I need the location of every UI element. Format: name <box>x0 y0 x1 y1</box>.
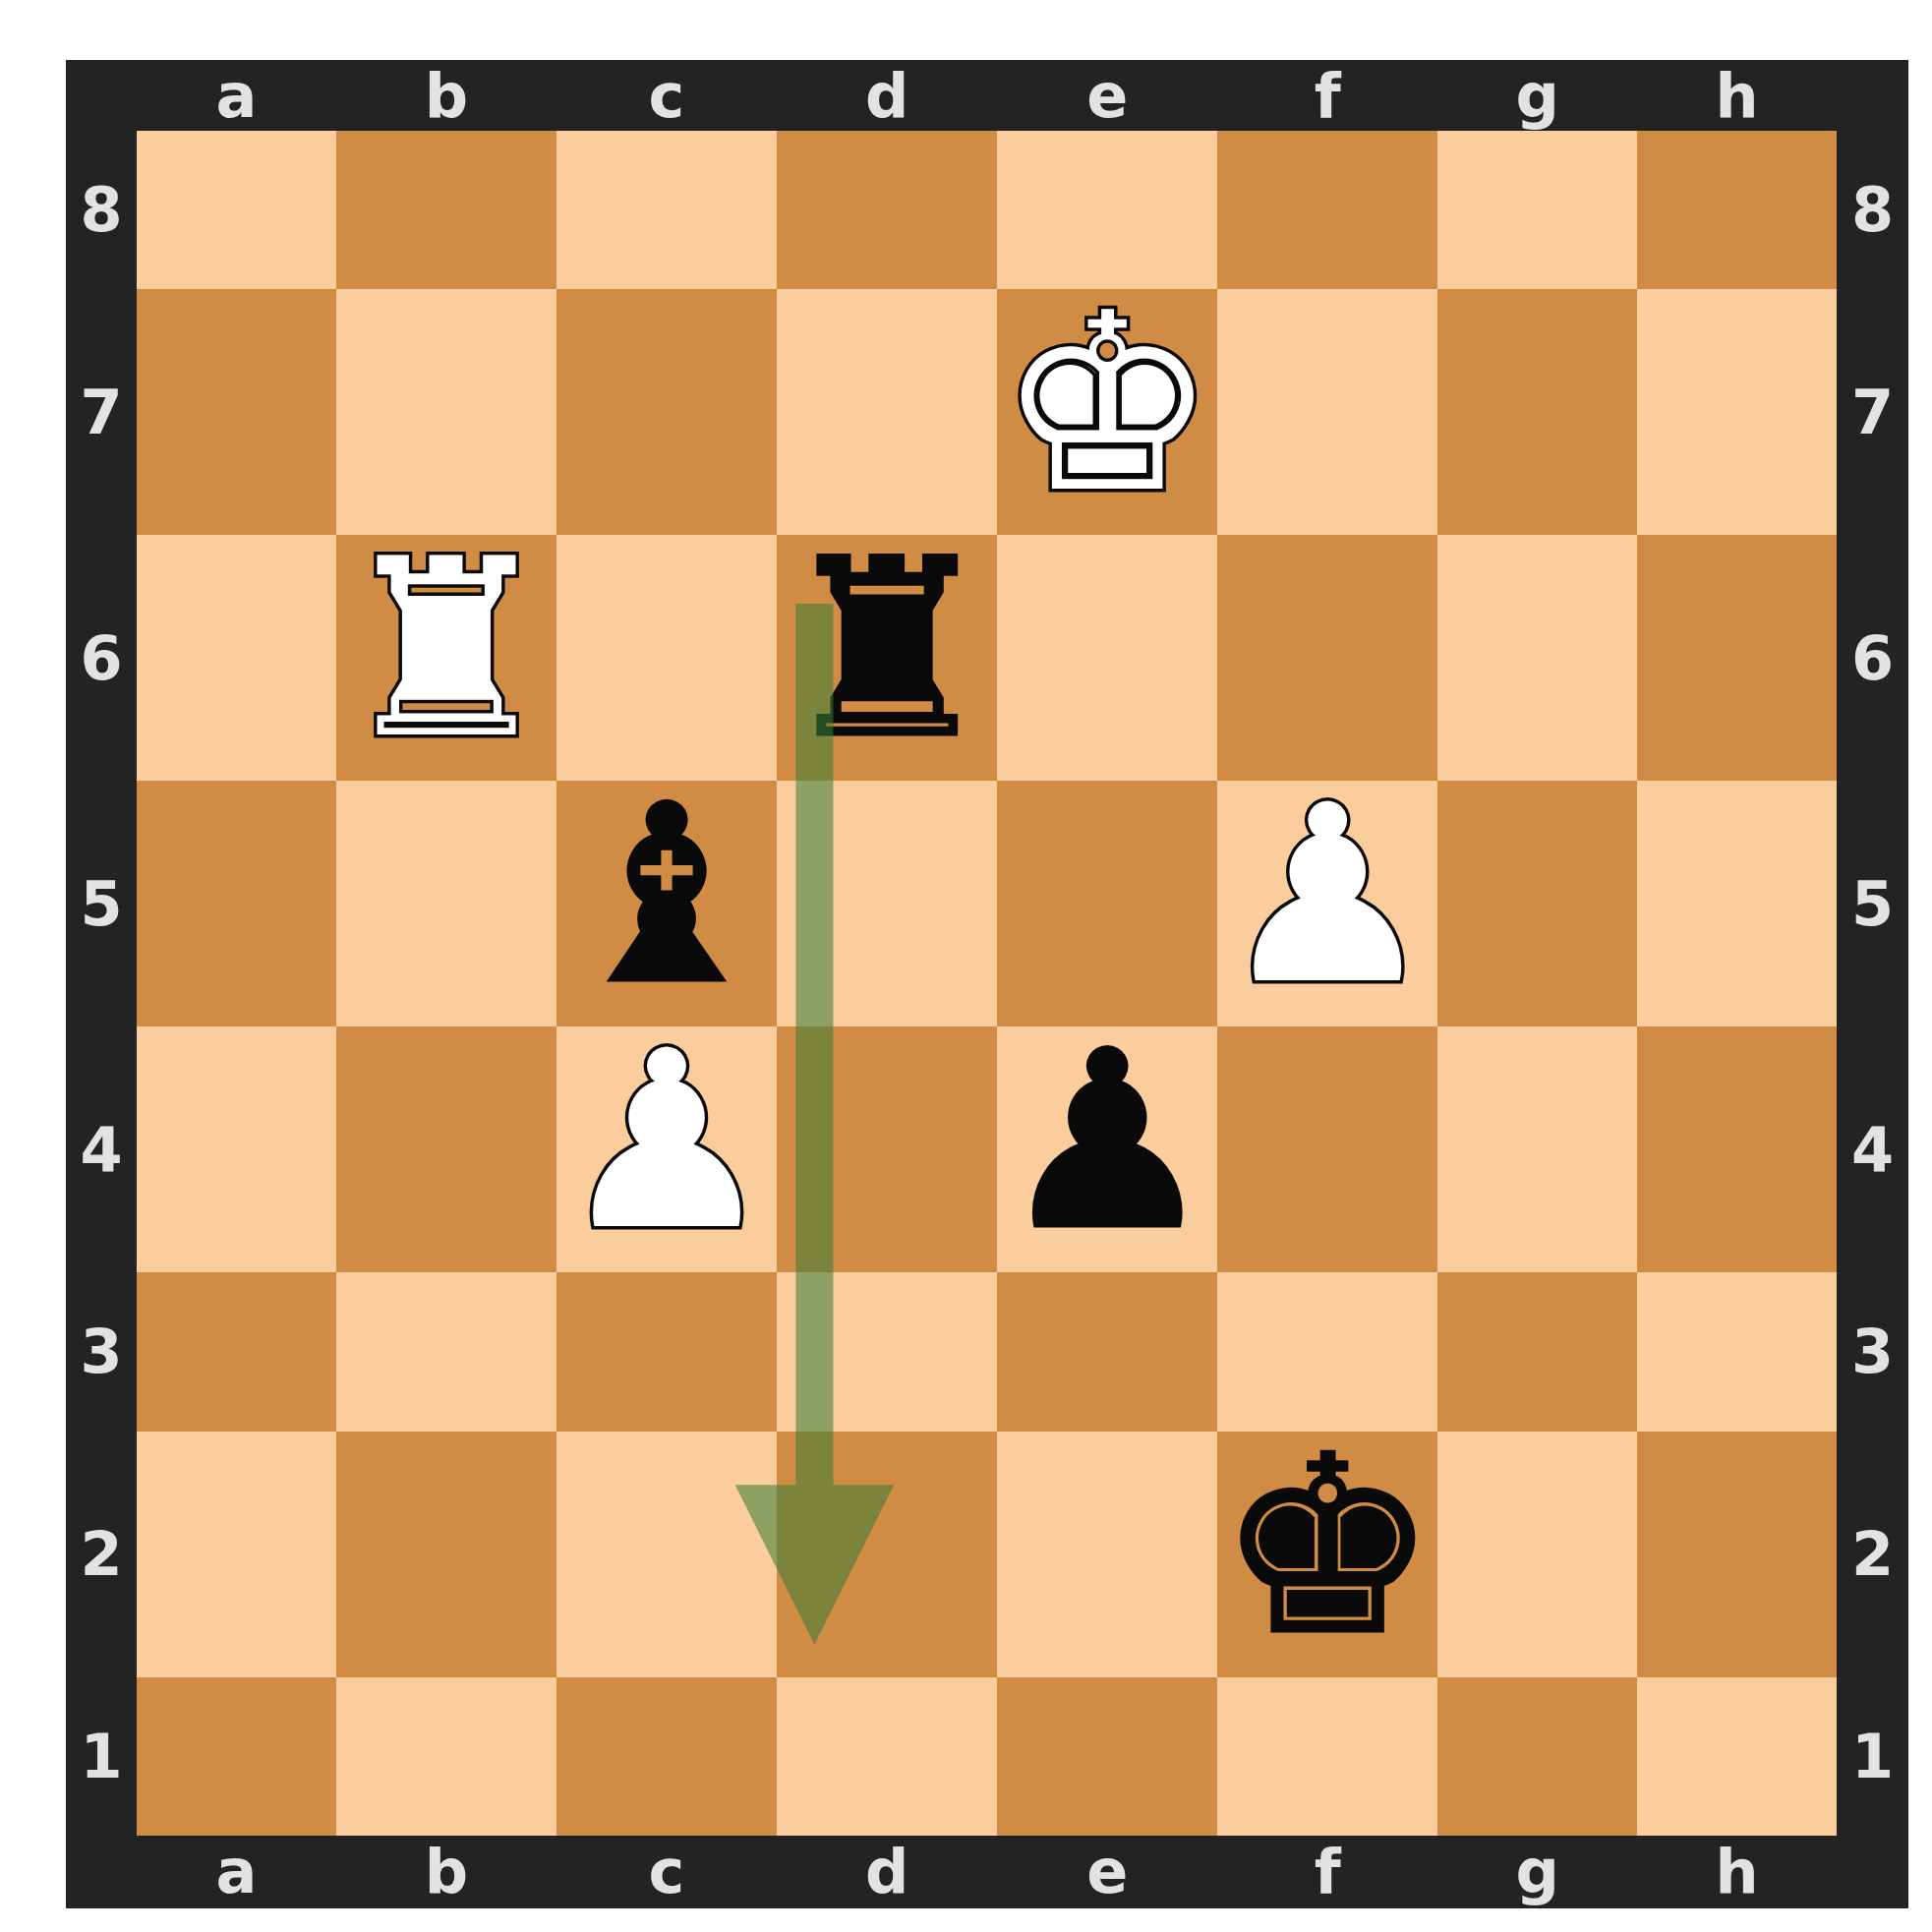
square-d8[interactable] <box>777 131 997 289</box>
rank-label-3-left: 3 <box>66 1272 137 1431</box>
file-label-c-top: c <box>556 60 777 131</box>
file-label-g-bottom: g <box>1437 1836 1637 1908</box>
square-h7[interactable] <box>1637 289 1837 535</box>
file-label-g-top: g <box>1437 60 1637 131</box>
square-c1[interactable] <box>556 1677 777 1836</box>
square-d1[interactable] <box>777 1677 997 1836</box>
square-g6[interactable] <box>1437 535 1637 781</box>
square-e1[interactable] <box>997 1677 1217 1836</box>
square-e6[interactable] <box>997 535 1217 781</box>
square-c5[interactable]: ♝ <box>556 781 777 1026</box>
square-f7[interactable] <box>1217 289 1437 535</box>
file-label-f-top: f <box>1217 60 1437 131</box>
piece-black-pawn[interactable]: ♟ <box>997 1019 1217 1264</box>
square-b4[interactable] <box>336 1026 556 1272</box>
square-h1[interactable] <box>1637 1677 1837 1836</box>
square-h4[interactable] <box>1637 1026 1837 1272</box>
square-d5[interactable] <box>777 781 997 1026</box>
rank-label-4-right: 4 <box>1837 1026 1908 1272</box>
rank-label-8-left: 8 <box>66 131 137 289</box>
file-label-h-bottom: h <box>1637 1836 1837 1908</box>
square-d7[interactable] <box>777 289 997 535</box>
square-g4[interactable] <box>1437 1026 1637 1272</box>
rank-label-7-right: 7 <box>1837 289 1908 535</box>
square-a2[interactable] <box>137 1432 336 1677</box>
square-c6[interactable] <box>556 535 777 781</box>
square-a3[interactable] <box>137 1272 336 1431</box>
square-e7[interactable]: ♚ <box>997 289 1217 535</box>
piece-black-king[interactable]: ♚ <box>1217 1424 1437 1669</box>
rank-label-6-left: 6 <box>66 535 137 781</box>
square-g1[interactable] <box>1437 1677 1637 1836</box>
square-b7[interactable] <box>336 289 556 535</box>
square-h3[interactable] <box>1637 1272 1837 1431</box>
square-f1[interactable] <box>1217 1677 1437 1836</box>
rank-label-8-right: 8 <box>1837 131 1908 289</box>
square-d4[interactable] <box>777 1026 997 1272</box>
square-c2[interactable] <box>556 1432 777 1677</box>
square-h8[interactable] <box>1637 131 1837 289</box>
square-f6[interactable] <box>1217 535 1437 781</box>
file-label-b-top: b <box>336 60 556 131</box>
square-e5[interactable] <box>997 781 1217 1026</box>
square-a8[interactable] <box>137 131 336 289</box>
square-b5[interactable] <box>336 781 556 1026</box>
square-c7[interactable] <box>556 289 777 535</box>
rank-label-7-left: 7 <box>66 289 137 535</box>
piece-white-king[interactable]: ♚ <box>997 281 1217 527</box>
square-b2[interactable] <box>336 1432 556 1677</box>
rank-label-5-right: 5 <box>1837 781 1908 1026</box>
square-f2[interactable]: ♚ <box>1217 1432 1437 1677</box>
square-h5[interactable] <box>1637 781 1837 1026</box>
square-g8[interactable] <box>1437 131 1637 289</box>
square-c3[interactable] <box>556 1272 777 1431</box>
rank-label-6-right: 6 <box>1837 535 1908 781</box>
square-e4[interactable]: ♟ <box>997 1026 1217 1272</box>
square-h6[interactable] <box>1637 535 1837 781</box>
square-e2[interactable] <box>997 1432 1217 1677</box>
square-f5[interactable]: ♟ <box>1217 781 1437 1026</box>
rank-label-5-left: 5 <box>66 781 137 1026</box>
square-c4[interactable]: ♟ <box>556 1026 777 1272</box>
piece-black-rook[interactable]: ♜ <box>777 527 997 773</box>
square-e3[interactable] <box>997 1272 1217 1431</box>
square-h2[interactable] <box>1637 1432 1837 1677</box>
rank-label-1-left: 1 <box>66 1677 137 1836</box>
square-d6[interactable]: ♜ <box>777 535 997 781</box>
square-c8[interactable] <box>556 131 777 289</box>
square-d3[interactable] <box>777 1272 997 1431</box>
square-d2[interactable] <box>777 1432 997 1677</box>
file-label-c-bottom: c <box>556 1836 777 1908</box>
square-f8[interactable] <box>1217 131 1437 289</box>
square-b8[interactable] <box>336 131 556 289</box>
square-a7[interactable] <box>137 289 336 535</box>
file-label-d-top: d <box>777 60 997 131</box>
chess-board: abcdefgh887♚76♜♜65♝♟54♟♟4332♚211abcdefgh <box>66 60 1908 1908</box>
file-label-a-top: a <box>137 60 336 131</box>
square-g3[interactable] <box>1437 1272 1637 1431</box>
file-label-e-top: e <box>997 60 1217 131</box>
rank-label-2-right: 2 <box>1837 1432 1908 1677</box>
file-label-e-bottom: e <box>997 1836 1217 1908</box>
square-g2[interactable] <box>1437 1432 1637 1677</box>
rank-label-2-left: 2 <box>66 1432 137 1677</box>
square-a1[interactable] <box>137 1677 336 1836</box>
frame-corner <box>1837 1836 1908 1908</box>
square-b3[interactable] <box>336 1272 556 1431</box>
frame-corner <box>66 60 137 131</box>
piece-white-pawn[interactable]: ♟ <box>1217 773 1437 1019</box>
rank-label-4-left: 4 <box>66 1026 137 1272</box>
piece-white-rook[interactable]: ♜ <box>336 527 556 773</box>
square-b6[interactable]: ♜ <box>336 535 556 781</box>
square-g7[interactable] <box>1437 289 1637 535</box>
square-a6[interactable] <box>137 535 336 781</box>
file-label-f-bottom: f <box>1217 1836 1437 1908</box>
square-b1[interactable] <box>336 1677 556 1836</box>
frame-corner <box>66 1836 137 1908</box>
file-label-h-top: h <box>1637 60 1837 131</box>
square-a4[interactable] <box>137 1026 336 1272</box>
square-f4[interactable] <box>1217 1026 1437 1272</box>
frame-corner <box>1837 60 1908 131</box>
rank-label-3-right: 3 <box>1837 1272 1908 1431</box>
piece-white-pawn[interactable]: ♟ <box>556 1019 777 1264</box>
file-label-b-bottom: b <box>336 1836 556 1908</box>
square-a5[interactable] <box>137 781 336 1026</box>
square-g5[interactable] <box>1437 781 1637 1026</box>
file-label-a-bottom: a <box>137 1836 336 1908</box>
piece-black-bishop[interactable]: ♝ <box>556 773 777 1019</box>
rank-label-1-right: 1 <box>1837 1677 1908 1836</box>
file-label-d-bottom: d <box>777 1836 997 1908</box>
